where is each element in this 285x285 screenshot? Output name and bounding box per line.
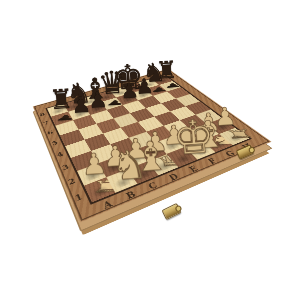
black-pawn-b7[interactable]: ♟: [70, 93, 89, 116]
white-knight-b1[interactable]: ♞: [110, 145, 137, 186]
white-pawn-a2[interactable]: ♟: [80, 149, 105, 179]
white-rook-h1[interactable]: ♜: [223, 128, 249, 140]
black-pawn-e7[interactable]: ♟: [119, 80, 137, 102]
brass-clasp: [161, 203, 181, 220]
white-king-e1[interactable]: ♚: [171, 114, 197, 161]
white-rook-a1[interactable]: ♜: [90, 178, 115, 195]
chess-set: 87654321 ABCDEFGH ♜♞♝♛♚♝♞♜♟♟♟♟♟♟♟♟♟♟♟♟♟♟…: [33, 69, 272, 223]
photo-scene: 87654321 ABCDEFGH ♜♞♝♛♚♝♞♜♟♟♟♟♟♟♟♟♟♟♟♟♟♟…: [0, 0, 285, 285]
black-rook-a8[interactable]: ♜: [48, 86, 67, 114]
square-a2[interactable]: ♟: [77, 163, 106, 185]
